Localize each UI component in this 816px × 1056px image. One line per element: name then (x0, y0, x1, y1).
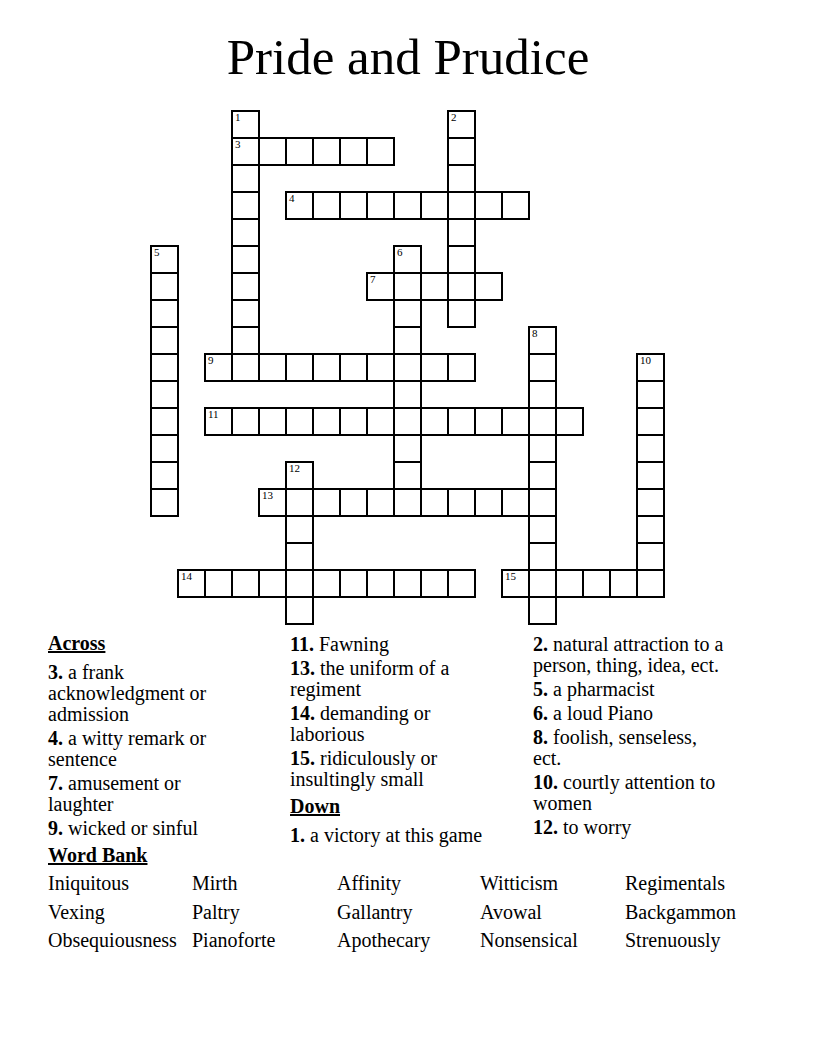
grid-cell-r14c0[interactable] (150, 488, 179, 517)
grid-cell-r14c8[interactable] (366, 488, 395, 517)
grid-cell-r16c18[interactable] (636, 542, 665, 571)
grid-cell-r5c11[interactable] (447, 245, 476, 274)
grid-cell-r2c3[interactable] (231, 164, 260, 193)
cell-number-13: 13 (262, 489, 273, 501)
word-bank-obsequiousness: Obsequiousness (48, 929, 192, 952)
grid-cell-r6c9[interactable] (393, 272, 422, 301)
cell-number-10: 10 (640, 354, 651, 366)
cell-number-14: 14 (181, 570, 192, 582)
grid-cell-r3c5[interactable]: 4 (285, 191, 314, 220)
grid-cell-r6c12[interactable] (474, 272, 503, 301)
clue-number: 5. (533, 678, 548, 700)
grid-cell-r3c13[interactable] (501, 191, 530, 220)
clue-6: 6. a loud Piano (533, 703, 771, 724)
word-bank-mirth: Mirth (192, 872, 337, 895)
word-bank-iniquitous: Iniquitous (48, 872, 192, 895)
grid-cell-r11c15[interactable] (555, 407, 584, 436)
grid-cell-r14c10[interactable] (420, 488, 449, 517)
clue-13: 13. the uniform of a regiment (290, 658, 530, 700)
cell-number-15: 15 (505, 570, 516, 582)
grid-cell-r6c10[interactable] (420, 272, 449, 301)
word-bank-apothecary: Apothecary (337, 929, 480, 952)
grid-cell-r17c1[interactable]: 14 (177, 569, 206, 598)
grid-cell-r1c6[interactable] (312, 137, 341, 166)
clue-number: 3. (48, 661, 63, 683)
clue-2: 2. natural attraction to a person, thing… (533, 634, 771, 676)
grid-cell-r17c6[interactable] (312, 569, 341, 598)
grid-cell-r6c3[interactable] (231, 272, 260, 301)
cell-number-2: 2 (451, 111, 457, 123)
clue-number: 1. (290, 824, 305, 846)
grid-cell-r17c15[interactable] (555, 569, 584, 598)
grid-cell-r11c7[interactable] (339, 407, 368, 436)
grid-cell-r12c0[interactable] (150, 434, 179, 463)
grid-cell-r14c13[interactable] (501, 488, 530, 517)
grid-cell-r16c5[interactable] (285, 542, 314, 571)
clue-4: 4. a witty remark or sentence (48, 728, 286, 770)
clue-7: 7. amusement or laughter (48, 773, 286, 815)
clue-9: 9. wicked or sinful (48, 818, 286, 839)
clue-number: 9. (48, 817, 63, 839)
grid-cell-r7c11[interactable] (447, 299, 476, 328)
grid-cell-r1c3[interactable]: 3 (231, 137, 260, 166)
grid-cell-r14c7[interactable] (339, 488, 368, 517)
grid-cell-r1c11[interactable] (447, 137, 476, 166)
clue-11: 11. Fawning (290, 634, 530, 655)
grid-cell-r10c18[interactable] (636, 380, 665, 409)
grid-cell-r12c9[interactable] (393, 434, 422, 463)
grid-cell-r9c14[interactable] (528, 353, 557, 382)
clue-14: 14. demanding or laborious (290, 703, 530, 745)
word-bank-heading: Word Bank (48, 843, 147, 867)
clue-number: 7. (48, 772, 63, 794)
grid-cell-r3c9[interactable] (393, 191, 422, 220)
grid-cell-r4c3[interactable] (231, 218, 260, 247)
cell-number-7: 7 (370, 273, 376, 285)
grid-cell-r13c18[interactable] (636, 461, 665, 490)
grid-cell-r13c9[interactable] (393, 461, 422, 490)
grid-cell-r11c12[interactable] (474, 407, 503, 436)
grid-cell-r6c8[interactable]: 7 (366, 272, 395, 301)
grid-cell-r6c11[interactable] (447, 272, 476, 301)
grid-cell-r3c10[interactable] (420, 191, 449, 220)
grid-cell-r17c4[interactable] (258, 569, 287, 598)
clue-3: 3. a frank acknowledgment or admission (48, 662, 286, 725)
grid-cell-r11c10[interactable] (420, 407, 449, 436)
clue-number: 8. (533, 726, 548, 748)
cell-number-12: 12 (289, 462, 300, 474)
grid-cell-r11c13[interactable] (501, 407, 530, 436)
clue-12: 12. to worry (533, 817, 771, 838)
grid-cell-r14c18[interactable] (636, 488, 665, 517)
word-bank-gallantry: Gallantry (337, 901, 480, 924)
clue-15: 15. ridiculously or insultingly small (290, 748, 530, 790)
grid-cell-r7c3[interactable] (231, 299, 260, 328)
grid-cell-r0c3[interactable]: 1 (231, 110, 260, 139)
cell-number-4: 4 (289, 192, 295, 204)
grid-cell-r8c14[interactable]: 8 (528, 326, 557, 355)
grid-cell-r10c0[interactable] (150, 380, 179, 409)
grid-cell-r11c14[interactable] (528, 407, 557, 436)
grid-cell-r12c14[interactable] (528, 434, 557, 463)
word-bank-pianoforte: Pianoforte (192, 929, 337, 952)
grid-cell-r14c11[interactable] (447, 488, 476, 517)
clue-column-1: Across3. a frank acknowledgment or admis… (48, 630, 286, 842)
word-bank-affinity: Affinity (337, 872, 480, 895)
grid-cell-r5c0[interactable]: 5 (150, 245, 179, 274)
cell-number-11: 11 (208, 408, 219, 420)
grid-cell-r17c10[interactable] (420, 569, 449, 598)
grid-cell-r17c5[interactable] (285, 569, 314, 598)
word-bank-paltry: Paltry (192, 901, 337, 924)
word-bank-vexing: Vexing (48, 901, 192, 924)
grid-cell-r11c9[interactable] (393, 407, 422, 436)
clue-number: 6. (533, 702, 548, 724)
cell-number-8: 8 (532, 327, 538, 339)
grid-cell-r8c0[interactable] (150, 326, 179, 355)
grid-cell-r15c5[interactable] (285, 515, 314, 544)
grid-cell-r11c6[interactable] (312, 407, 341, 436)
grid-cell-r13c5[interactable]: 12 (285, 461, 314, 490)
grid-cell-r7c9[interactable] (393, 299, 422, 328)
grid-cell-r11c11[interactable] (447, 407, 476, 436)
word-bank-grid: IniquitousMirthAffinityWitticismRegiment… (48, 872, 778, 958)
grid-cell-r5c3[interactable] (231, 245, 260, 274)
grid-cell-r14c14[interactable] (528, 488, 557, 517)
clues-heading-down: Down (290, 793, 530, 819)
grid-cell-r6c0[interactable] (150, 272, 179, 301)
clue-number: 12. (533, 816, 558, 838)
grid-cell-r1c8[interactable] (366, 137, 395, 166)
clue-number: 14. (290, 702, 315, 724)
grid-cell-r15c14[interactable] (528, 515, 557, 544)
grid-cell-r11c8[interactable] (366, 407, 395, 436)
grid-cell-r8c3[interactable] (231, 326, 260, 355)
clue-number: 2. (533, 633, 548, 655)
cell-number-9: 9 (208, 354, 214, 366)
grid-cell-r1c7[interactable] (339, 137, 368, 166)
grid-cell-r9c18[interactable]: 10 (636, 353, 665, 382)
grid-cell-r4c11[interactable] (447, 218, 476, 247)
grid-cell-r17c13[interactable]: 15 (501, 569, 530, 598)
crossword-grid: 123456789101112131415 (150, 110, 666, 626)
grid-cell-r10c14[interactable] (528, 380, 557, 409)
grid-cell-r18c14[interactable] (528, 596, 557, 625)
word-bank-strenuously: Strenuously (625, 929, 778, 952)
grid-cell-r9c8[interactable] (366, 353, 395, 382)
cell-number-6: 6 (397, 246, 403, 258)
grid-cell-r14c6[interactable] (312, 488, 341, 517)
grid-cell-r3c6[interactable] (312, 191, 341, 220)
grid-cell-r17c11[interactable] (447, 569, 476, 598)
word-bank-avowal: Avowal (480, 901, 625, 924)
word-bank-regimentals: Regimentals (625, 872, 778, 895)
grid-cell-r13c14[interactable] (528, 461, 557, 490)
word-bank-backgammon: Backgammon (625, 901, 778, 924)
grid-cell-r14c9[interactable] (393, 488, 422, 517)
grid-cell-r9c0[interactable] (150, 353, 179, 382)
clue-number: 11. (290, 633, 314, 655)
grid-cell-r17c14[interactable] (528, 569, 557, 598)
grid-cell-r18c5[interactable] (285, 596, 314, 625)
grid-cell-r17c3[interactable] (231, 569, 260, 598)
clue-8: 8. foolish, senseless, ect. (533, 727, 771, 769)
grid-cell-r11c4[interactable] (258, 407, 287, 436)
grid-cell-r9c10[interactable] (420, 353, 449, 382)
grid-cell-r14c5[interactable] (285, 488, 314, 517)
cell-number-1: 1 (235, 111, 241, 123)
clues-heading-across: Across (48, 630, 286, 656)
grid-cell-r12c18[interactable] (636, 434, 665, 463)
grid-cell-r1c4[interactable] (258, 137, 287, 166)
grid-cell-r9c6[interactable] (312, 353, 341, 382)
clue-10: 10. courtly attention to women (533, 772, 771, 814)
grid-cell-r11c3[interactable] (231, 407, 260, 436)
grid-cell-r15c18[interactable] (636, 515, 665, 544)
grid-cell-r0c11[interactable]: 2 (447, 110, 476, 139)
grid-cell-r3c11[interactable] (447, 191, 476, 220)
grid-cell-r17c16[interactable] (582, 569, 611, 598)
clue-number: 13. (290, 657, 315, 679)
grid-cell-r17c18[interactable] (636, 569, 665, 598)
clue-column-2: 11. Fawning13. the uniform of a regiment… (290, 630, 530, 849)
grid-cell-r11c0[interactable] (150, 407, 179, 436)
grid-cell-r17c7[interactable] (339, 569, 368, 598)
page-title: Pride and Prudice (0, 30, 816, 84)
grid-cell-r16c14[interactable] (528, 542, 557, 571)
clue-number: 15. (290, 747, 315, 769)
grid-cell-r17c9[interactable] (393, 569, 422, 598)
clue-1: 1. a victory at this game (290, 825, 530, 846)
grid-cell-r9c7[interactable] (339, 353, 368, 382)
grid-cell-r11c5[interactable] (285, 407, 314, 436)
clue-number: 10. (533, 771, 558, 793)
grid-cell-r9c9[interactable] (393, 353, 422, 382)
grid-cell-r14c12[interactable] (474, 488, 503, 517)
grid-cell-r11c2[interactable]: 11 (204, 407, 233, 436)
grid-cell-r17c8[interactable] (366, 569, 395, 598)
grid-cell-r3c3[interactable] (231, 191, 260, 220)
word-bank-witticism: Witticism (480, 872, 625, 895)
grid-cell-r2c11[interactable] (447, 164, 476, 193)
grid-cell-r9c4[interactable] (258, 353, 287, 382)
grid-cell-r7c0[interactable] (150, 299, 179, 328)
clue-number: 4. (48, 727, 63, 749)
cell-number-5: 5 (154, 246, 160, 258)
grid-cell-r13c0[interactable] (150, 461, 179, 490)
grid-cell-r11c18[interactable] (636, 407, 665, 436)
grid-cell-r9c5[interactable] (285, 353, 314, 382)
grid-cell-r17c2[interactable] (204, 569, 233, 598)
grid-cell-r9c2[interactable]: 9 (204, 353, 233, 382)
grid-cell-r8c9[interactable] (393, 326, 422, 355)
clue-column-3: 2. natural attraction to a person, thing… (533, 630, 771, 841)
grid-cell-r14c4[interactable]: 13 (258, 488, 287, 517)
cell-number-3: 3 (235, 138, 241, 150)
grid-cell-r3c7[interactable] (339, 191, 368, 220)
grid-cell-r1c5[interactable] (285, 137, 314, 166)
grid-cell-r17c17[interactable] (609, 569, 638, 598)
grid-cell-r3c8[interactable] (366, 191, 395, 220)
word-bank-nonsensical: Nonsensical (480, 929, 625, 952)
grid-cell-r10c9[interactable] (393, 380, 422, 409)
grid-cell-r5c9[interactable]: 6 (393, 245, 422, 274)
clue-5: 5. a pharmacist (533, 679, 771, 700)
grid-cell-r9c11[interactable] (447, 353, 476, 382)
grid-cell-r9c3[interactable] (231, 353, 260, 382)
grid-cell-r3c12[interactable] (474, 191, 503, 220)
